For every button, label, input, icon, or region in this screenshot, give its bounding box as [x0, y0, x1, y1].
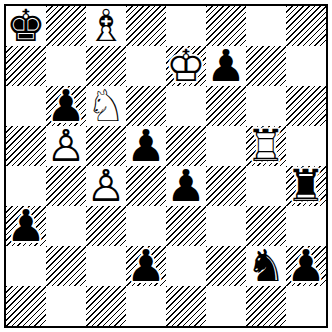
square-f6[interactable]: [206, 86, 246, 126]
square-g4[interactable]: [246, 166, 286, 206]
white-pawn-icon[interactable]: ♙: [46, 126, 86, 166]
square-a3[interactable]: ♟♟: [6, 206, 46, 246]
white-rook-icon[interactable]: ♖: [246, 126, 286, 166]
square-b4[interactable]: [46, 166, 86, 206]
white-king-icon[interactable]: ♔: [166, 46, 206, 86]
square-a6[interactable]: [6, 86, 46, 126]
square-b3[interactable]: [46, 206, 86, 246]
square-c1[interactable]: [86, 286, 126, 326]
square-h4[interactable]: ♜♜: [286, 166, 326, 206]
square-c6[interactable]: ♞♘: [86, 86, 126, 126]
square-a2[interactable]: [6, 246, 46, 286]
black-pawn-icon[interactable]: ♟: [166, 166, 206, 206]
square-a7[interactable]: [6, 46, 46, 86]
square-h2[interactable]: ♟♟: [286, 246, 326, 286]
square-c3[interactable]: [86, 206, 126, 246]
square-a1[interactable]: [6, 286, 46, 326]
black-pawn-icon[interactable]: ♟: [206, 46, 246, 86]
square-a8[interactable]: ♚♚: [6, 6, 46, 46]
square-c2[interactable]: [86, 246, 126, 286]
square-h1[interactable]: [286, 286, 326, 326]
black-rook-icon[interactable]: ♜: [286, 166, 326, 206]
square-e6[interactable]: [166, 86, 206, 126]
square-c4[interactable]: ♟♙: [86, 166, 126, 206]
square-e7[interactable]: ♚♔: [166, 46, 206, 86]
square-d5[interactable]: ♟♟: [126, 126, 166, 166]
square-f4[interactable]: [206, 166, 246, 206]
square-d8[interactable]: [126, 6, 166, 46]
black-pawn-icon[interactable]: ♟: [286, 246, 326, 286]
square-d4[interactable]: [126, 166, 166, 206]
square-g7[interactable]: [246, 46, 286, 86]
black-pawn-icon[interactable]: ♟: [126, 126, 166, 166]
black-pawn-icon[interactable]: ♟: [6, 206, 46, 246]
square-c8[interactable]: ♝♗: [86, 6, 126, 46]
square-h6[interactable]: [286, 86, 326, 126]
square-g5[interactable]: ♜♖: [246, 126, 286, 166]
square-e2[interactable]: [166, 246, 206, 286]
square-f7[interactable]: ♟♟: [206, 46, 246, 86]
square-d1[interactable]: [126, 286, 166, 326]
square-h7[interactable]: [286, 46, 326, 86]
square-b8[interactable]: [46, 6, 86, 46]
square-d2[interactable]: ♟♟: [126, 246, 166, 286]
square-e3[interactable]: [166, 206, 206, 246]
square-e1[interactable]: [166, 286, 206, 326]
square-f5[interactable]: [206, 126, 246, 166]
board-frame: ♚♚♝♗♚♔♟♟♟♟♞♘♟♙♟♟♜♖♟♙♟♟♜♜♟♟♟♟♞♞♟♟: [4, 4, 328, 328]
square-g8[interactable]: [246, 6, 286, 46]
square-a5[interactable]: [6, 126, 46, 166]
square-g2[interactable]: ♞♞: [246, 246, 286, 286]
square-f1[interactable]: [206, 286, 246, 326]
square-b1[interactable]: [46, 286, 86, 326]
black-knight-icon[interactable]: ♞: [246, 246, 286, 286]
square-b5[interactable]: ♟♙: [46, 126, 86, 166]
square-b2[interactable]: [46, 246, 86, 286]
square-f2[interactable]: [206, 246, 246, 286]
white-knight-icon[interactable]: ♘: [86, 86, 126, 126]
white-pawn-icon[interactable]: ♙: [86, 166, 126, 206]
black-pawn-icon[interactable]: ♟: [126, 246, 166, 286]
square-h8[interactable]: [286, 6, 326, 46]
black-king-icon[interactable]: ♚: [6, 6, 46, 46]
square-f3[interactable]: [206, 206, 246, 246]
square-d7[interactable]: [126, 46, 166, 86]
white-bishop-icon[interactable]: ♗: [86, 6, 126, 46]
chess-board: ♚♚♝♗♚♔♟♟♟♟♞♘♟♙♟♟♜♖♟♙♟♟♜♜♟♟♟♟♞♞♟♟: [6, 6, 326, 326]
square-e4[interactable]: ♟♟: [166, 166, 206, 206]
square-g1[interactable]: [246, 286, 286, 326]
